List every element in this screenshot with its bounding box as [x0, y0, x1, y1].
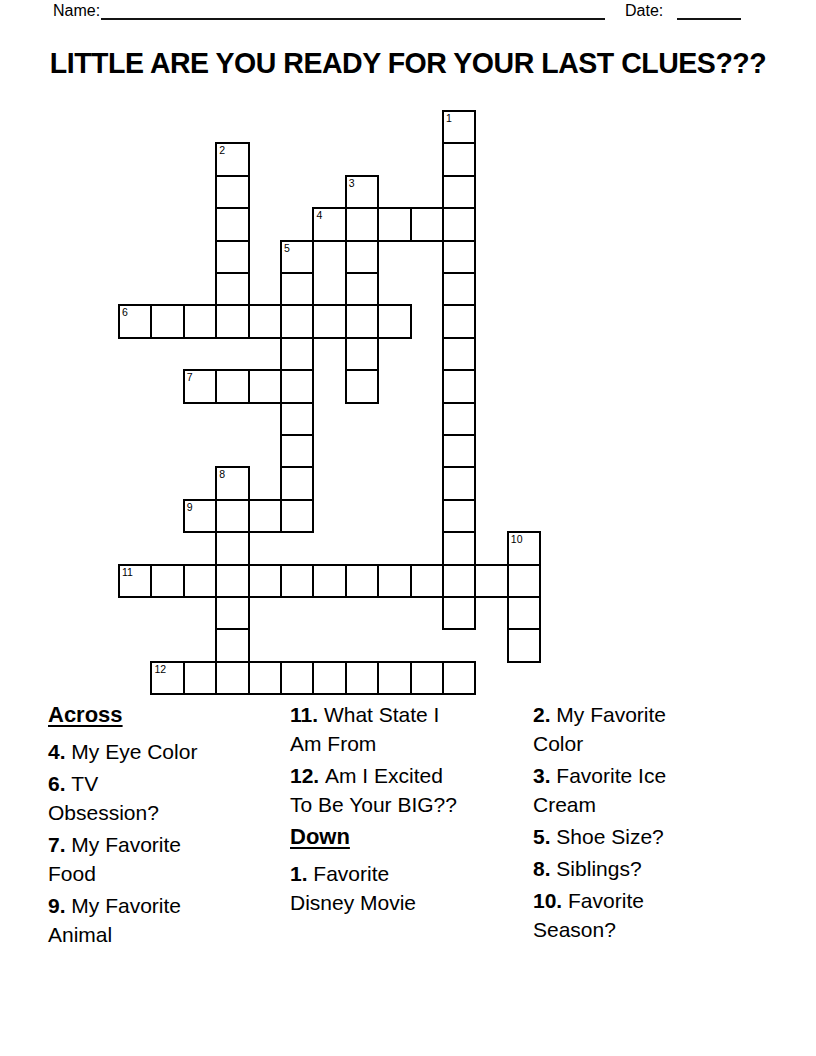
- grid-cell-r6c2[interactable]: [183, 304, 217, 338]
- grid-cell-r11c3[interactable]: 8: [215, 466, 249, 500]
- grid-cell-r4c3[interactable]: [215, 240, 249, 274]
- clue-down-3: 3. Favorite Ice Cream: [533, 761, 771, 819]
- grid-cell-r16c3[interactable]: [215, 628, 249, 662]
- grid-cell-r1c10[interactable]: [442, 142, 476, 176]
- grid-cell-r14c4[interactable]: [248, 564, 282, 598]
- grid-cell-r14c2[interactable]: [183, 564, 217, 598]
- grid-cell-r14c3[interactable]: [215, 564, 249, 598]
- grid-cell-r3c7[interactable]: [345, 207, 379, 241]
- cell-number-1: 1: [446, 112, 452, 124]
- grid-cell-r14c11[interactable]: [474, 564, 508, 598]
- grid-cell-r6c0[interactable]: 6: [118, 304, 152, 338]
- clue-down-1: 1. Favorite Disney Movie: [290, 859, 528, 917]
- grid-cell-r10c5[interactable]: [280, 434, 314, 468]
- grid-cell-r6c6[interactable]: [312, 304, 346, 338]
- grid-cell-r12c10[interactable]: [442, 499, 476, 533]
- grid-cell-r4c10[interactable]: [442, 240, 476, 274]
- grid-cell-r14c6[interactable]: [312, 564, 346, 598]
- grid-cell-r8c3[interactable]: [215, 369, 249, 403]
- grid-cell-r9c10[interactable]: [442, 402, 476, 436]
- grid-cell-r5c3[interactable]: [215, 272, 249, 306]
- clue-column-3: 2. My Favorite Color3. Favorite Ice Crea…: [533, 700, 771, 947]
- across-heading: Across: [48, 700, 286, 729]
- clue-across-9-number: 9.: [48, 894, 71, 917]
- grid-cell-r8c5[interactable]: [280, 369, 314, 403]
- grid-cell-r2c7[interactable]: 3: [345, 175, 379, 209]
- grid-cell-r6c8[interactable]: [377, 304, 411, 338]
- cell-number-11: 11: [122, 566, 133, 578]
- grid-cell-r5c10[interactable]: [442, 272, 476, 306]
- date-label: Date:: [625, 1, 663, 21]
- grid-cell-r4c5[interactable]: 5: [280, 240, 314, 274]
- clue-down-10: 10. Favorite Season?: [533, 886, 771, 944]
- grid-cell-r13c10[interactable]: [442, 531, 476, 565]
- cell-number-6: 6: [122, 306, 128, 318]
- clue-across-6: 6. TV Obsession?: [48, 769, 286, 827]
- grid-cell-r15c10[interactable]: [442, 596, 476, 630]
- clue-across-7: 7. My Favorite Food: [48, 830, 286, 888]
- grid-cell-r17c8[interactable]: [377, 661, 411, 695]
- grid-cell-r17c7[interactable]: [345, 661, 379, 695]
- grid-cell-r11c10[interactable]: [442, 466, 476, 500]
- clue-column-2: 11. What State I Am From12. Am I Excited…: [290, 700, 528, 920]
- grid-cell-r0c10[interactable]: 1: [442, 110, 476, 144]
- cell-number-2: 2: [219, 144, 225, 156]
- cell-number-4: 4: [316, 209, 322, 221]
- clue-across-11: 11. What State I Am From: [290, 700, 528, 758]
- grid-cell-r3c3[interactable]: [215, 207, 249, 241]
- grid-cell-r14c10[interactable]: [442, 564, 476, 598]
- clue-across-12: 12. Am I Excited To Be Your BIG??: [290, 761, 528, 819]
- cell-number-3: 3: [349, 177, 355, 189]
- grid-cell-r14c9[interactable]: [410, 564, 444, 598]
- grid-cell-r17c6[interactable]: [312, 661, 346, 695]
- cell-number-7: 7: [187, 371, 193, 383]
- grid-cell-r12c2[interactable]: 9: [183, 499, 217, 533]
- grid-cell-r8c2[interactable]: 7: [183, 369, 217, 403]
- grid-cell-r17c5[interactable]: [280, 661, 314, 695]
- grid-cell-r3c6[interactable]: 4: [312, 207, 346, 241]
- grid-cell-r6c10[interactable]: [442, 304, 476, 338]
- grid-cell-r2c10[interactable]: [442, 175, 476, 209]
- clue-across-4-text: My Eye Color: [71, 740, 197, 763]
- clue-down-2: 2. My Favorite Color: [533, 700, 771, 758]
- grid-cell-r17c4[interactable]: [248, 661, 282, 695]
- grid-cell-r13c3[interactable]: [215, 531, 249, 565]
- grid-cell-r13c12[interactable]: 10: [507, 531, 541, 565]
- grid-cell-r17c9[interactable]: [410, 661, 444, 695]
- clue-across-4: 4. My Eye Color: [48, 737, 286, 766]
- cell-number-9: 9: [187, 501, 193, 513]
- cell-number-12: 12: [154, 663, 166, 675]
- grid-cell-r9c5[interactable]: [280, 402, 314, 436]
- grid-cell-r7c7[interactable]: [345, 337, 379, 371]
- grid-cell-r5c5[interactable]: [280, 272, 314, 306]
- grid-cell-r10c10[interactable]: [442, 434, 476, 468]
- cell-number-8: 8: [219, 468, 225, 480]
- name-label: Name:: [53, 1, 100, 21]
- grid-cell-r6c7[interactable]: [345, 304, 379, 338]
- grid-cell-r12c4[interactable]: [248, 499, 282, 533]
- grid-cell-r1c3[interactable]: 2: [215, 142, 249, 176]
- clue-down-2-number: 2.: [533, 703, 556, 726]
- page-title: LITTLE ARE YOU READY FOR YOUR LAST CLUES…: [20, 46, 795, 80]
- grid-cell-r4c7[interactable]: [345, 240, 379, 274]
- clue-down-5-text: Shoe Size?: [556, 825, 663, 848]
- grid-cell-r5c7[interactable]: [345, 272, 379, 306]
- grid-cell-r2c3[interactable]: [215, 175, 249, 209]
- clue-down-5-number: 5.: [533, 825, 556, 848]
- grid-cell-r17c10[interactable]: [442, 661, 476, 695]
- grid-cell-r3c10[interactable]: [442, 207, 476, 241]
- grid-cell-r17c1[interactable]: 12: [150, 661, 184, 695]
- clue-across-6-number: 6.: [48, 772, 71, 795]
- clue-down-10-number: 10.: [533, 889, 568, 912]
- cell-number-5: 5: [284, 242, 290, 254]
- grid-cell-r17c2[interactable]: [183, 661, 217, 695]
- clue-column-1: Across4. My Eye Color6. TV Obsession?7. …: [48, 700, 286, 952]
- grid-cell-r14c1[interactable]: [150, 564, 184, 598]
- grid-cell-r8c4[interactable]: [248, 369, 282, 403]
- grid-cell-r11c5[interactable]: [280, 466, 314, 500]
- clue-down-8-number: 8.: [533, 857, 556, 880]
- clue-across-7-number: 7.: [48, 833, 71, 856]
- down-heading: Down: [290, 822, 528, 851]
- date-input-line[interactable]: [677, 0, 741, 20]
- grid-cell-r6c5[interactable]: [280, 304, 314, 338]
- clue-across-11-number: 11.: [290, 703, 324, 726]
- grid-cell-r14c5[interactable]: [280, 564, 314, 598]
- clue-across-9: 9. My Favorite Animal: [48, 891, 286, 949]
- grid-cell-r6c4[interactable]: [248, 304, 282, 338]
- clue-across-4-number: 4.: [48, 740, 71, 763]
- grid-cell-r7c5[interactable]: [280, 337, 314, 371]
- grid-cell-r15c3[interactable]: [215, 596, 249, 630]
- grid-cell-r14c7[interactable]: [345, 564, 379, 598]
- grid-cell-r15c12[interactable]: [507, 596, 541, 630]
- grid-cell-r8c7[interactable]: [345, 369, 379, 403]
- grid-cell-r3c8[interactable]: [377, 207, 411, 241]
- grid-cell-r6c1[interactable]: [150, 304, 184, 338]
- grid-cell-r7c10[interactable]: [442, 337, 476, 371]
- grid-cell-r6c3[interactable]: [215, 304, 249, 338]
- clue-down-8-text: Siblings?: [556, 857, 641, 880]
- worksheet-page: Name: Date: LITTLE ARE YOU READY FOR YOU…: [0, 0, 816, 1056]
- grid-cell-r16c12[interactable]: [507, 628, 541, 662]
- clue-down-3-number: 3.: [533, 764, 556, 787]
- grid-cell-r12c3[interactable]: [215, 499, 249, 533]
- name-input-line[interactable]: [101, 0, 605, 20]
- grid-cell-r8c10[interactable]: [442, 369, 476, 403]
- clue-across-12-number: 12.: [290, 764, 325, 787]
- grid-cell-r12c5[interactable]: [280, 499, 314, 533]
- grid-cell-r14c12[interactable]: [507, 564, 541, 598]
- cell-number-10: 10: [511, 533, 523, 545]
- grid-cell-r3c9[interactable]: [410, 207, 444, 241]
- clue-down-1-number: 1.: [290, 862, 313, 885]
- grid-cell-r14c0[interactable]: 11: [118, 564, 152, 598]
- clue-down-5: 5. Shoe Size?: [533, 822, 771, 851]
- clue-down-8: 8. Siblings?: [533, 854, 771, 883]
- grid-cell-r17c3[interactable]: [215, 661, 249, 695]
- grid-cell-r14c8[interactable]: [377, 564, 411, 598]
- crossword-grid: 123456789101112: [118, 110, 542, 696]
